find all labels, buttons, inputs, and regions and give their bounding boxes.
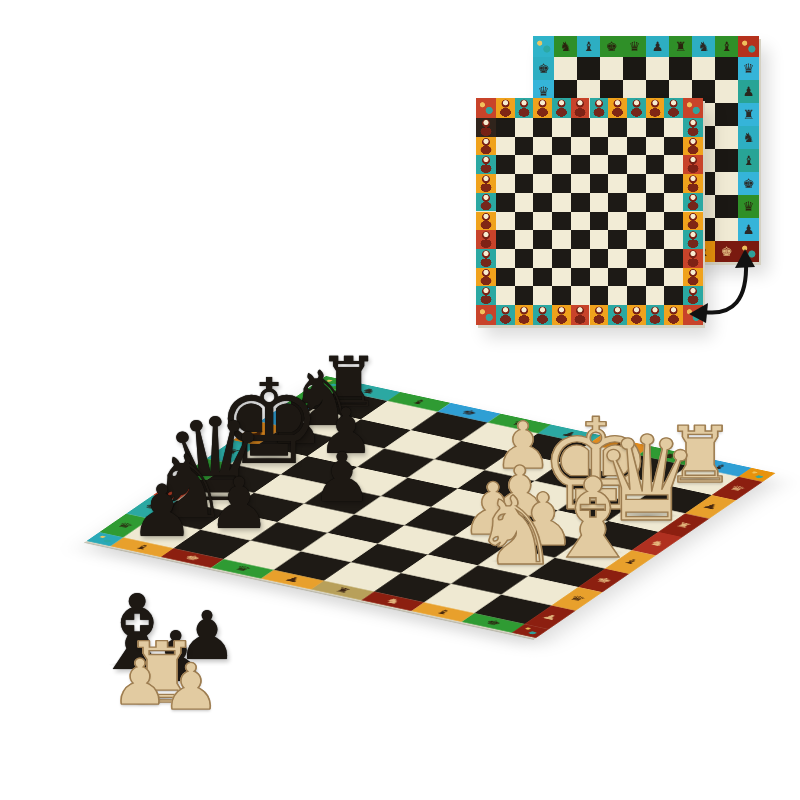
board-cell xyxy=(533,230,552,249)
border-corner-tile xyxy=(533,36,554,57)
border-tile xyxy=(608,305,627,325)
board-cell xyxy=(664,212,683,231)
board-cell xyxy=(623,57,646,80)
border-tile xyxy=(476,137,496,156)
border-tile: ♛ xyxy=(623,36,646,57)
board-cell xyxy=(515,193,534,212)
border-motif-icon: ♚ xyxy=(600,36,623,57)
board-cell xyxy=(627,286,646,305)
board-cell xyxy=(669,57,692,80)
border-tile xyxy=(476,155,496,174)
board-cell xyxy=(515,155,534,174)
board-cell xyxy=(533,155,552,174)
board-cell xyxy=(646,155,665,174)
board-cell xyxy=(646,230,665,249)
border-motif-icon: ♟ xyxy=(738,218,759,241)
board-cell xyxy=(646,268,665,287)
border-tile: ♞ xyxy=(554,36,577,57)
board-cell xyxy=(571,230,590,249)
board-cell xyxy=(552,212,571,231)
border-tile xyxy=(683,118,703,137)
board-cell xyxy=(608,193,627,212)
board-cell xyxy=(533,174,552,193)
board-cell xyxy=(515,286,534,305)
board-cell xyxy=(533,268,552,287)
border-tile: ♞ xyxy=(692,36,715,57)
board-cell xyxy=(571,286,590,305)
board-cell xyxy=(590,286,609,305)
border-tile xyxy=(683,193,703,212)
board-cell xyxy=(664,174,683,193)
board-cell xyxy=(515,268,534,287)
board-cell xyxy=(590,249,609,268)
board-cell xyxy=(664,137,683,156)
board-cell xyxy=(627,249,646,268)
border-tile xyxy=(683,174,703,193)
board-cell xyxy=(627,193,646,212)
board-cell xyxy=(715,126,738,149)
border-motif-icon: ♛ xyxy=(738,195,759,218)
border-tile xyxy=(683,212,703,231)
border-tile xyxy=(552,305,571,325)
border-tile: ♞ xyxy=(738,126,759,149)
board-cell xyxy=(552,193,571,212)
border-tile: ♝ xyxy=(715,36,738,57)
board-cell xyxy=(608,118,627,137)
border-tile: ♚ xyxy=(600,36,623,57)
border-tile: ♜ xyxy=(669,36,692,57)
board-cell xyxy=(646,212,665,231)
border-motif-icon: ♝ xyxy=(738,149,759,172)
board-cell xyxy=(627,174,646,193)
board-cell xyxy=(715,195,738,218)
board-cell xyxy=(496,230,515,249)
border-tile xyxy=(476,118,496,137)
border-motif-icon: ♞ xyxy=(738,126,759,149)
border-tile xyxy=(590,305,609,325)
board-cell xyxy=(646,286,665,305)
border-motif-icon: ♛ xyxy=(623,36,646,57)
board-cell xyxy=(515,137,534,156)
board-cell xyxy=(608,230,627,249)
border-motif-icon: ♜ xyxy=(669,36,692,57)
board-cell xyxy=(627,212,646,231)
border-tile xyxy=(552,98,571,118)
border-tile xyxy=(571,98,590,118)
board-cell xyxy=(627,155,646,174)
border-corner-tile xyxy=(738,36,759,57)
border-tile xyxy=(664,98,683,118)
board-cell xyxy=(571,193,590,212)
border-motif-icon: ♟ xyxy=(738,80,759,103)
board-cell xyxy=(715,218,738,241)
border-tile xyxy=(533,98,552,118)
board-cell xyxy=(646,193,665,212)
board-cell xyxy=(515,249,534,268)
board-cell xyxy=(646,174,665,193)
board-cell xyxy=(552,268,571,287)
border-motif-icon: ♟ xyxy=(646,36,669,57)
border-tile xyxy=(476,212,496,231)
board-cell xyxy=(552,155,571,174)
black-pawn[interactable]: ♟ xyxy=(312,444,373,512)
border-tile xyxy=(683,137,703,156)
board-cell xyxy=(590,230,609,249)
border-motif-icon: ♞ xyxy=(554,36,577,57)
board-cell xyxy=(664,193,683,212)
board-cell xyxy=(590,118,609,137)
board-cell xyxy=(627,118,646,137)
board-cell xyxy=(554,57,577,80)
board-cell xyxy=(608,174,627,193)
border-tile xyxy=(646,98,665,118)
border-tile xyxy=(608,98,627,118)
border-tile: ♜ xyxy=(738,103,759,126)
board-cell xyxy=(664,118,683,137)
board-cell xyxy=(608,249,627,268)
board-cell xyxy=(608,212,627,231)
border-tile: ♟ xyxy=(646,36,669,57)
border-tile xyxy=(476,174,496,193)
board-cell xyxy=(608,286,627,305)
board-cell xyxy=(533,118,552,137)
board-cell xyxy=(571,249,590,268)
border-tile xyxy=(627,305,646,325)
board-cell xyxy=(533,137,552,156)
squares-grid xyxy=(496,118,683,305)
flip-arrow-icon xyxy=(668,246,778,331)
border-tile: ♝ xyxy=(738,149,759,172)
board-cell xyxy=(552,137,571,156)
board-cell xyxy=(600,57,623,80)
board-cell xyxy=(496,118,515,137)
border-tile: ♛ xyxy=(738,195,759,218)
board-cell xyxy=(646,57,669,80)
border-tile xyxy=(496,98,515,118)
board-cell xyxy=(571,155,590,174)
board-cell xyxy=(715,172,738,195)
board-cell xyxy=(590,193,609,212)
board-cell xyxy=(552,174,571,193)
board-cell xyxy=(715,149,738,172)
board-cell xyxy=(496,193,515,212)
border-tile xyxy=(683,155,703,174)
border-tile xyxy=(476,249,496,268)
border-corner-tile xyxy=(683,98,703,118)
board-cell xyxy=(571,174,590,193)
board-cell xyxy=(515,174,534,193)
border-tile xyxy=(627,98,646,118)
wood-pawn-loose[interactable]: ♟ xyxy=(162,655,219,719)
board-cell xyxy=(608,268,627,287)
border-tile: ♚ xyxy=(533,57,554,80)
border-tile xyxy=(496,305,515,325)
board-cell xyxy=(515,230,534,249)
border-tile xyxy=(476,268,496,287)
board-cell xyxy=(496,212,515,231)
board-cell xyxy=(590,137,609,156)
board-cell xyxy=(590,155,609,174)
board-cell xyxy=(590,268,609,287)
board-cell xyxy=(571,212,590,231)
board-cell xyxy=(552,249,571,268)
board-cell xyxy=(627,268,646,287)
border-motif-icon: ♜ xyxy=(738,103,759,126)
border-tile xyxy=(646,305,665,325)
border-tile xyxy=(590,98,609,118)
border-tile: ♚ xyxy=(738,172,759,195)
border-tile xyxy=(515,305,534,325)
board-cell xyxy=(646,118,665,137)
board-cell xyxy=(515,212,534,231)
board-cell xyxy=(533,212,552,231)
border-tile: ♟ xyxy=(738,218,759,241)
border-tile xyxy=(533,305,552,325)
board-cell xyxy=(533,193,552,212)
border-tile: ♟ xyxy=(738,80,759,103)
board-cell xyxy=(496,268,515,287)
board-cell xyxy=(496,155,515,174)
board-cell xyxy=(608,137,627,156)
border-tile xyxy=(476,286,496,305)
board-cell xyxy=(590,174,609,193)
board-cell xyxy=(533,286,552,305)
board-cell xyxy=(590,212,609,231)
board-cell xyxy=(608,155,627,174)
board-cell xyxy=(571,118,590,137)
border-tile xyxy=(476,193,496,212)
border-motif-icon: ♛ xyxy=(738,57,759,80)
board-cell xyxy=(692,57,715,80)
border-corner-tile xyxy=(476,305,496,325)
wood-pawn-loose[interactable]: ♟ xyxy=(112,651,168,714)
board-cell xyxy=(533,249,552,268)
board-cell xyxy=(571,137,590,156)
board-cell xyxy=(664,155,683,174)
border-tile: ♝ xyxy=(577,36,600,57)
board-cell xyxy=(627,230,646,249)
board-cell xyxy=(646,249,665,268)
wood-knight[interactable]: ♞ xyxy=(473,484,558,579)
border-tile: ♛ xyxy=(738,57,759,80)
board-cell xyxy=(646,137,665,156)
board-cell xyxy=(552,118,571,137)
board-cell xyxy=(496,286,515,305)
border-tile xyxy=(476,230,496,249)
border-tile xyxy=(515,98,534,118)
board-cell xyxy=(496,174,515,193)
border-motif-icon: ♚ xyxy=(738,172,759,195)
border-motif-icon: ♝ xyxy=(715,36,738,57)
board-cell xyxy=(715,103,738,126)
board-cell xyxy=(496,249,515,268)
board-cell xyxy=(627,137,646,156)
board-cell xyxy=(715,80,738,103)
border-motif-icon: ♚ xyxy=(533,57,554,80)
board-cell xyxy=(515,118,534,137)
border-motif-icon: ♞ xyxy=(692,36,715,57)
black-pawn[interactable]: ♟ xyxy=(207,468,271,539)
black-pawn[interactable]: ♟ xyxy=(130,475,195,547)
board-cell xyxy=(496,137,515,156)
border-tile xyxy=(571,305,590,325)
border-corner-tile xyxy=(476,98,496,118)
board-cell xyxy=(552,230,571,249)
board-cell xyxy=(552,286,571,305)
border-motif-icon: ♝ xyxy=(577,36,600,57)
product-photo-stage: ♞♝♚♛♝♚♛♟♚♛♟♜♛♟♜♞♟♜♞♝♜♞♝♚♞♝♚♛♝♚♛♟ ♞♝♚♛♝♚♛… xyxy=(0,0,800,800)
board-cell xyxy=(577,57,600,80)
board-cell xyxy=(571,268,590,287)
board-cell xyxy=(715,57,738,80)
